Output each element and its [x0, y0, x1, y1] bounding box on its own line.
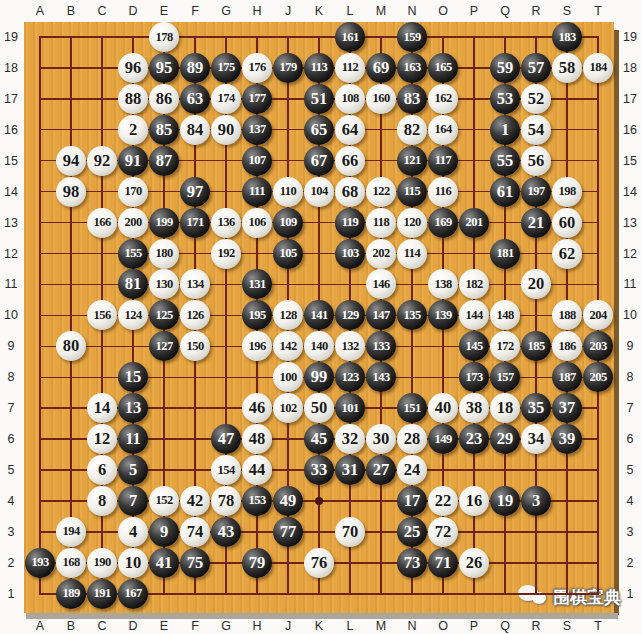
stone-K5[interactable]: 33: [304, 455, 334, 485]
stone-M12[interactable]: 202: [366, 239, 396, 269]
column-label-top: P: [461, 4, 487, 18]
wechat-icon: [518, 585, 548, 609]
stone-E16[interactable]: 85: [149, 115, 179, 145]
move-number: 200: [124, 215, 141, 230]
move-number: 60: [559, 213, 576, 233]
column-label-bottom: L: [337, 619, 363, 633]
row-label-right: 4: [617, 494, 642, 508]
move-number: 17: [404, 491, 421, 511]
stone-R15[interactable]: 56: [521, 146, 551, 176]
stone-D2[interactable]: 10: [118, 548, 148, 578]
move-number: 195: [248, 308, 265, 323]
move-number: 188: [558, 308, 575, 323]
row-label-right: 6: [617, 432, 642, 446]
move-number: 199: [155, 215, 172, 230]
stone-Q18[interactable]: 59: [490, 53, 520, 83]
move-number: 133: [372, 339, 389, 354]
stone-H7[interactable]: 46: [242, 393, 272, 423]
stone-R14[interactable]: 197: [521, 177, 551, 207]
stone-S19[interactable]: 183: [552, 22, 582, 52]
stone-G3[interactable]: 43: [211, 517, 241, 547]
move-number: 174: [217, 91, 234, 106]
stone-N4[interactable]: 17: [397, 486, 427, 516]
move-number: 154: [217, 463, 234, 478]
stone-J7[interactable]: 102: [273, 393, 303, 423]
stone-N7[interactable]: 151: [397, 393, 427, 423]
move-number: 121: [403, 153, 420, 168]
stone-O14[interactable]: 116: [428, 177, 458, 207]
stone-R18[interactable]: 57: [521, 53, 551, 83]
move-number: 16: [466, 491, 483, 511]
move-number: 48: [249, 429, 266, 449]
stone-C1[interactable]: 191: [87, 579, 117, 609]
stone-G18[interactable]: 175: [211, 53, 241, 83]
row-label-left: 18: [0, 61, 24, 75]
stone-R7[interactable]: 35: [521, 393, 551, 423]
stone-H17[interactable]: 177: [242, 84, 272, 114]
move-number: 101: [341, 401, 358, 416]
row-label-left: 4: [0, 494, 24, 508]
row-label-left: 9: [0, 339, 24, 353]
move-number: 32: [342, 429, 359, 449]
stone-E2[interactable]: 41: [149, 548, 179, 578]
move-number: 72: [435, 522, 452, 542]
stone-Q16[interactable]: 1: [490, 115, 520, 145]
stone-B2[interactable]: 168: [56, 548, 86, 578]
stone-B14[interactable]: 98: [56, 177, 86, 207]
move-number: 107: [248, 153, 265, 168]
move-number: 85: [156, 120, 173, 140]
stone-S18[interactable]: 58: [552, 53, 582, 83]
stone-K18[interactable]: 113: [304, 53, 334, 83]
move-number: 189: [62, 586, 79, 601]
column-label-top: A: [27, 4, 53, 18]
move-number: 170: [124, 184, 141, 199]
column-label-bottom: M: [368, 619, 394, 633]
stone-K6[interactable]: 45: [304, 424, 334, 454]
column-label-top: O: [430, 4, 456, 18]
stone-P2[interactable]: 26: [459, 548, 489, 578]
move-number: 4: [129, 522, 137, 542]
move-number: 65: [311, 120, 328, 140]
stone-B1[interactable]: 189: [56, 579, 86, 609]
move-number: 73: [404, 553, 421, 573]
move-number: 61: [497, 182, 514, 202]
move-number: 112: [342, 60, 359, 75]
stone-L16[interactable]: 64: [335, 115, 365, 145]
move-number: 2: [129, 120, 137, 140]
move-number: 205: [589, 370, 606, 385]
row-label-right: 2: [617, 556, 642, 570]
stone-F2[interactable]: 75: [180, 548, 210, 578]
move-number: 49: [280, 491, 297, 511]
stone-K7[interactable]: 50: [304, 393, 334, 423]
move-number: 71: [435, 553, 452, 573]
move-number: 104: [310, 184, 327, 199]
stone-T18[interactable]: 184: [583, 53, 613, 83]
stone-Q15[interactable]: 55: [490, 146, 520, 176]
stone-H4[interactable]: 153: [242, 486, 272, 516]
move-number: 18: [497, 398, 514, 418]
stone-L15[interactable]: 66: [335, 146, 365, 176]
move-number: 90: [218, 120, 235, 140]
stone-H13[interactable]: 106: [242, 208, 272, 238]
column-label-bottom: T: [585, 619, 611, 633]
row-label-right: 9: [617, 339, 642, 353]
stone-J4[interactable]: 49: [273, 486, 303, 516]
move-number: 176: [248, 60, 265, 75]
stone-O4[interactable]: 22: [428, 486, 458, 516]
move-number: 38: [466, 398, 483, 418]
stone-F4[interactable]: 42: [180, 486, 210, 516]
stone-O18[interactable]: 165: [428, 53, 458, 83]
stone-R6[interactable]: 34: [521, 424, 551, 454]
stone-J18[interactable]: 179: [273, 53, 303, 83]
stone-F13[interactable]: 171: [180, 208, 210, 238]
stone-L17[interactable]: 108: [335, 84, 365, 114]
stone-K14[interactable]: 104: [304, 177, 334, 207]
stone-J14[interactable]: 110: [273, 177, 303, 207]
stone-O13[interactable]: 169: [428, 208, 458, 238]
stone-C5[interactable]: 6: [87, 455, 117, 485]
move-number: 21: [528, 213, 545, 233]
stone-E19[interactable]: 178: [149, 22, 179, 52]
stone-F3[interactable]: 74: [180, 517, 210, 547]
stone-P7[interactable]: 38: [459, 393, 489, 423]
column-label-top: M: [368, 4, 394, 18]
move-number: 111: [249, 184, 265, 199]
stone-O17[interactable]: 162: [428, 84, 458, 114]
stone-H6[interactable]: 48: [242, 424, 272, 454]
move-number: 151: [403, 401, 420, 416]
move-number: 88: [125, 89, 142, 109]
stone-N12[interactable]: 114: [397, 239, 427, 269]
stone-Q12[interactable]: 181: [490, 239, 520, 269]
move-number: 96: [125, 58, 142, 78]
stone-M18[interactable]: 69: [366, 53, 396, 83]
stone-E17[interactable]: 86: [149, 84, 179, 114]
move-number: 132: [341, 339, 358, 354]
move-number: 177: [248, 91, 265, 106]
stone-C4[interactable]: 8: [87, 486, 117, 516]
stone-G6[interactable]: 47: [211, 424, 241, 454]
stone-D5[interactable]: 5: [118, 455, 148, 485]
move-number: 140: [310, 339, 327, 354]
stone-N2[interactable]: 73: [397, 548, 427, 578]
move-number: 194: [62, 524, 79, 539]
move-number: 12: [94, 429, 111, 449]
stone-C13[interactable]: 166: [87, 208, 117, 238]
stone-N19[interactable]: 159: [397, 22, 427, 52]
row-label-left: 1: [0, 587, 24, 601]
stone-S12[interactable]: 62: [552, 239, 582, 269]
stone-N13[interactable]: 120: [397, 208, 427, 238]
column-label-bottom: A: [27, 619, 53, 633]
stone-C15[interactable]: 92: [87, 146, 117, 176]
stone-F16[interactable]: 84: [180, 115, 210, 145]
move-number: 80: [63, 336, 80, 356]
stone-B15[interactable]: 94: [56, 146, 86, 176]
stone-L5[interactable]: 31: [335, 455, 365, 485]
row-label-left: 2: [0, 556, 24, 570]
column-label-top: Q: [492, 4, 518, 18]
move-number: 193: [31, 555, 48, 570]
move-number: 53: [497, 89, 514, 109]
move-number: 143: [372, 370, 389, 385]
row-label-left: 10: [0, 308, 24, 322]
stone-Q4[interactable]: 19: [490, 486, 520, 516]
stone-D1[interactable]: 167: [118, 579, 148, 609]
move-number: 94: [63, 151, 80, 171]
move-number: 146: [372, 277, 389, 292]
stone-L19[interactable]: 161: [335, 22, 365, 52]
stone-N17[interactable]: 83: [397, 84, 427, 114]
stone-O16[interactable]: 164: [428, 115, 458, 145]
move-number: 134: [186, 277, 203, 292]
move-number: 115: [404, 184, 421, 199]
stone-L14[interactable]: 68: [335, 177, 365, 207]
move-number: 201: [465, 215, 482, 230]
stone-P6[interactable]: 23: [459, 424, 489, 454]
row-label-left: 11: [0, 277, 24, 291]
move-number: 64: [342, 120, 359, 140]
stone-D7[interactable]: 13: [118, 393, 148, 423]
column-label-top: F: [182, 4, 208, 18]
move-number: 41: [156, 553, 173, 573]
move-number: 84: [187, 120, 204, 140]
stone-E15[interactable]: 87: [149, 146, 179, 176]
stone-C2[interactable]: 190: [87, 548, 117, 578]
stone-M5[interactable]: 27: [366, 455, 396, 485]
stone-K16[interactable]: 65: [304, 115, 334, 145]
stone-G4[interactable]: 78: [211, 486, 241, 516]
stone-N5[interactable]: 24: [397, 455, 427, 485]
stone-G17[interactable]: 174: [211, 84, 241, 114]
stone-J13[interactable]: 109: [273, 208, 303, 238]
stone-S14[interactable]: 198: [552, 177, 582, 207]
move-number: 106: [248, 215, 265, 230]
column-label-bottom: J: [275, 619, 301, 633]
stone-G13[interactable]: 136: [211, 208, 241, 238]
stone-E4[interactable]: 152: [149, 486, 179, 516]
column-label-top: E: [151, 4, 177, 18]
stone-R4[interactable]: 3: [521, 486, 551, 516]
column-label-bottom: H: [244, 619, 270, 633]
stone-F14[interactable]: 97: [180, 177, 210, 207]
move-number: 192: [217, 246, 234, 261]
hoshi-point: [315, 497, 323, 505]
stone-D15[interactable]: 91: [118, 146, 148, 176]
move-number: 23: [466, 429, 483, 449]
stone-D12[interactable]: 155: [118, 239, 148, 269]
row-label-left: 15: [0, 154, 24, 168]
stone-N16[interactable]: 82: [397, 115, 427, 145]
move-number: 187: [558, 370, 575, 385]
move-number: 161: [341, 30, 358, 45]
stone-G12[interactable]: 192: [211, 239, 241, 269]
move-number: 44: [249, 460, 266, 480]
stone-H18[interactable]: 176: [242, 53, 272, 83]
stone-M6[interactable]: 30: [366, 424, 396, 454]
move-number: 103: [341, 246, 358, 261]
move-number: 54: [528, 120, 545, 140]
move-number: 37: [559, 398, 576, 418]
move-number: 168: [62, 555, 79, 570]
move-number: 138: [434, 277, 451, 292]
stone-S13[interactable]: 60: [552, 208, 582, 238]
move-number: 182: [465, 277, 482, 292]
stone-J3[interactable]: 77: [273, 517, 303, 547]
stone-O6[interactable]: 149: [428, 424, 458, 454]
column-label-bottom: N: [399, 619, 425, 633]
stone-O15[interactable]: 117: [428, 146, 458, 176]
stone-L6[interactable]: 32: [335, 424, 365, 454]
move-number: 86: [156, 89, 173, 109]
move-number: 29: [497, 429, 514, 449]
stone-B3[interactable]: 194: [56, 517, 86, 547]
move-number: 123: [341, 370, 358, 385]
stone-O7[interactable]: 40: [428, 393, 458, 423]
move-number: 147: [372, 308, 389, 323]
move-number: 163: [403, 60, 420, 75]
move-number: 11: [125, 429, 141, 449]
stone-L13[interactable]: 119: [335, 208, 365, 238]
stone-L18[interactable]: 112: [335, 53, 365, 83]
stone-D18[interactable]: 96: [118, 53, 148, 83]
stone-E13[interactable]: 199: [149, 208, 179, 238]
row-label-left: 5: [0, 463, 24, 477]
stone-F18[interactable]: 89: [180, 53, 210, 83]
stone-E18[interactable]: 95: [149, 53, 179, 83]
stone-A2[interactable]: 193: [25, 548, 55, 578]
row-label-left: 6: [0, 432, 24, 446]
move-number: 175: [217, 60, 234, 75]
row-label-right: 17: [617, 92, 642, 106]
move-number: 6: [98, 460, 106, 480]
stone-Q6[interactable]: 29: [490, 424, 520, 454]
move-number: 159: [403, 30, 420, 45]
stone-P4[interactable]: 16: [459, 486, 489, 516]
move-number: 50: [311, 398, 328, 418]
stone-M14[interactable]: 122: [366, 177, 396, 207]
stone-L3[interactable]: 70: [335, 517, 365, 547]
move-number: 92: [94, 151, 111, 171]
stone-N3[interactable]: 25: [397, 517, 427, 547]
move-number: 13: [125, 398, 142, 418]
move-number: 196: [248, 339, 265, 354]
stone-M13[interactable]: 118: [366, 208, 396, 238]
move-number: 47: [218, 429, 235, 449]
stone-C7[interactable]: 14: [87, 393, 117, 423]
move-number: 95: [156, 58, 173, 78]
stone-D16[interactable]: 2: [118, 115, 148, 145]
move-number: 184: [589, 60, 606, 75]
move-number: 75: [187, 553, 204, 573]
move-number: 89: [187, 58, 204, 78]
move-number: 27: [373, 460, 390, 480]
move-number: 117: [435, 153, 452, 168]
move-number: 155: [124, 246, 141, 261]
move-number: 91: [125, 151, 142, 171]
stone-J12[interactable]: 105: [273, 239, 303, 269]
row-label-right: 3: [617, 525, 642, 539]
move-number: 35: [528, 398, 545, 418]
column-label-top: G: [213, 4, 239, 18]
stone-K15[interactable]: 67: [304, 146, 334, 176]
stone-H14[interactable]: 111: [242, 177, 272, 207]
stone-H16[interactable]: 137: [242, 115, 272, 145]
move-number: 144: [465, 308, 482, 323]
stone-Q17[interactable]: 53: [490, 84, 520, 114]
stone-D3[interactable]: 4: [118, 517, 148, 547]
stone-M17[interactable]: 160: [366, 84, 396, 114]
move-number: 145: [465, 339, 482, 354]
watermark: 围棋宝典: [518, 585, 621, 609]
move-number: 33: [311, 460, 328, 480]
move-number: 153: [248, 493, 265, 508]
stone-D4[interactable]: 7: [118, 486, 148, 516]
stone-N14[interactable]: 115: [397, 177, 427, 207]
go-game-diagram: 围棋宝典 AABBCCDDEEFFGGHHJJKKLLMMNNOOPPQQRRS…: [0, 0, 642, 634]
stone-N15[interactable]: 121: [397, 146, 427, 176]
stone-S6[interactable]: 39: [552, 424, 582, 454]
stone-F17[interactable]: 63: [180, 84, 210, 114]
stone-C6[interactable]: 12: [87, 424, 117, 454]
stone-H5[interactable]: 44: [242, 455, 272, 485]
move-number: 45: [311, 429, 328, 449]
stone-Q14[interactable]: 61: [490, 177, 520, 207]
stone-R17[interactable]: 52: [521, 84, 551, 114]
stone-R13[interactable]: 21: [521, 208, 551, 238]
move-number: 109: [279, 215, 296, 230]
stone-H2[interactable]: 79: [242, 548, 272, 578]
move-number: 120: [403, 215, 420, 230]
stone-K2[interactable]: 76: [304, 548, 334, 578]
stone-L7[interactable]: 101: [335, 393, 365, 423]
stone-N18[interactable]: 163: [397, 53, 427, 83]
stone-D17[interactable]: 88: [118, 84, 148, 114]
stone-E12[interactable]: 180: [149, 239, 179, 269]
row-label-right: 16: [617, 123, 642, 137]
stone-N6[interactable]: 28: [397, 424, 427, 454]
stone-Q7[interactable]: 18: [490, 393, 520, 423]
move-number: 183: [558, 30, 575, 45]
stone-G5[interactable]: 154: [211, 455, 241, 485]
column-label-top: L: [337, 4, 363, 18]
move-number: 148: [496, 308, 513, 323]
stone-S7[interactable]: 37: [552, 393, 582, 423]
stone-D13[interactable]: 200: [118, 208, 148, 238]
move-number: 110: [280, 184, 297, 199]
stone-L12[interactable]: 103: [335, 239, 365, 269]
move-number: 83: [404, 89, 421, 109]
move-number: 68: [342, 182, 359, 202]
stone-R16[interactable]: 54: [521, 115, 551, 145]
stone-K17[interactable]: 51: [304, 84, 334, 114]
stone-P13[interactable]: 201: [459, 208, 489, 238]
move-number: 167: [124, 586, 141, 601]
move-number: 181: [496, 246, 513, 261]
move-number: 122: [372, 184, 389, 199]
stone-G16[interactable]: 90: [211, 115, 241, 145]
stone-O3[interactable]: 72: [428, 517, 458, 547]
stone-D14[interactable]: 170: [118, 177, 148, 207]
row-label-left: 3: [0, 525, 24, 539]
stone-H15[interactable]: 107: [242, 146, 272, 176]
stone-E3[interactable]: 9: [149, 517, 179, 547]
stone-D6[interactable]: 11: [118, 424, 148, 454]
stone-O2[interactable]: 71: [428, 548, 458, 578]
